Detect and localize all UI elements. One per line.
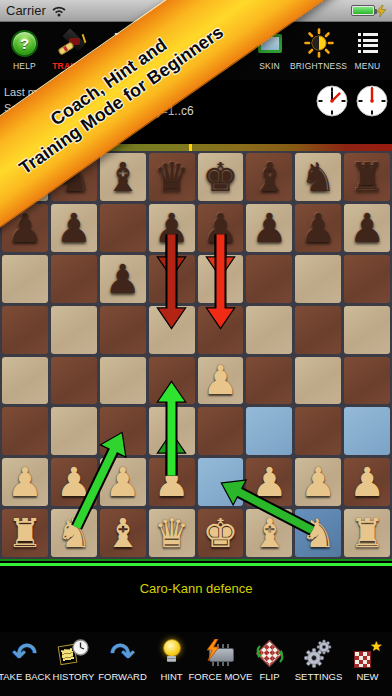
square-g1[interactable]: ♞ [295,509,341,557]
undo-arrow-icon: ↶ [12,639,37,669]
square-h5[interactable] [344,306,390,354]
square-h3[interactable] [344,407,390,455]
square-h4[interactable] [344,357,390,405]
square-a2[interactable]: ♟ [2,458,48,506]
square-h7[interactable]: ♟ [344,204,390,252]
piece-black-rook: ♜ [349,157,385,197]
piece-black-pawn: ♟ [154,208,190,248]
piece-white-pawn: ♟ [300,462,336,502]
square-f6[interactable] [246,255,292,303]
square-d1[interactable]: ♛ [149,509,195,557]
graduation-cap-icon [57,28,91,58]
menu-button[interactable]: MENU [343,26,392,71]
bottom-toolbar: ↶ TAKE BACK HISTORY ↷ FORWARD [0,632,392,696]
piece-white-knight: ♞ [56,513,92,553]
piece-black-bishop: ♝ [105,157,141,197]
square-c4[interactable] [100,357,146,405]
square-c2[interactable]: ♟ [100,458,146,506]
charging-bolt-icon [377,5,386,17]
square-e1[interactable]: ♚ [198,509,244,557]
piece-white-king: ♚ [203,513,239,553]
history-notes-clock-icon [58,639,90,669]
piece-black-king: ♚ [203,157,239,197]
sun-icon [304,28,334,58]
settings-button[interactable]: SETTINGS [294,637,343,682]
square-c3[interactable] [100,407,146,455]
square-f4[interactable] [246,357,292,405]
piece-white-pawn: ♟ [56,462,92,502]
square-g4[interactable] [295,357,341,405]
piece-white-pawn: ♟ [7,462,43,502]
square-h2[interactable]: ♟ [344,458,390,506]
piece-black-queen: ♛ [154,157,190,197]
piece-white-knight: ♞ [300,513,336,553]
flip-board-icon [254,639,286,669]
square-e3[interactable] [198,407,244,455]
help-label: HELP [13,62,36,71]
square-d5[interactable] [149,306,195,354]
square-c5[interactable] [100,306,146,354]
square-g8[interactable]: ♞ [295,153,341,201]
piece-white-rook: ♜ [7,513,43,553]
square-e7[interactable]: ♟ [198,204,244,252]
piece-white-pawn: ♟ [105,462,141,502]
help-question-icon: ? [11,30,38,57]
star-icon: ★ [370,638,383,654]
history-button[interactable]: HISTORY [49,637,98,682]
square-f8[interactable]: ♝ [246,153,292,201]
help-button[interactable]: ? HELP [0,26,49,71]
force-move-button[interactable]: FORCE MOVE [196,637,245,682]
redo-arrow-icon: ↷ [110,639,135,669]
piece-white-rook: ♜ [349,513,385,553]
square-c1[interactable]: ♝ [100,509,146,557]
gears-icon [303,639,335,669]
square-b7[interactable]: ♟ [51,204,97,252]
square-c8[interactable]: ♝ [100,153,146,201]
square-d3[interactable] [149,407,195,455]
square-b4[interactable] [51,357,97,405]
square-b3[interactable] [51,407,97,455]
square-e8[interactable]: ♚ [198,153,244,201]
square-b1[interactable]: ♞ [51,509,97,557]
white-clock [315,84,349,118]
square-d2[interactable]: ♟ [149,458,195,506]
square-g3[interactable] [295,407,341,455]
square-d6[interactable] [149,255,195,303]
square-a6[interactable] [2,255,48,303]
piece-white-queen: ♛ [154,513,190,553]
square-d8[interactable]: ♛ [149,153,195,201]
square-f3[interactable] [246,407,292,455]
battery-icon [351,5,375,16]
square-d4[interactable] [149,357,195,405]
forward-button[interactable]: ↷ FORWARD [98,637,147,682]
new-game-button[interactable]: ★ NEW [343,637,392,682]
square-e2[interactable] [198,458,244,506]
light-bulb-icon [160,639,184,669]
square-h1[interactable]: ♜ [344,509,390,557]
carrier-label: Carrier [6,3,46,18]
list-menu-icon [358,33,378,53]
piece-black-knight: ♞ [300,157,336,197]
chess-board: ♜♞♝♛♚♝♞♜♟♟♟♟♟♟♟♟♟♟♟♟♟♟♟♟♜♞♝♛♚♝♞♜ [0,151,392,559]
flip-button[interactable]: FLIP [245,637,294,682]
square-h6[interactable] [344,255,390,303]
square-a1[interactable]: ♜ [2,509,48,557]
piece-black-pawn: ♟ [349,208,385,248]
square-f1[interactable]: ♝ [246,509,292,557]
piece-black-pawn: ♟ [203,208,239,248]
square-e4[interactable]: ♟ [198,357,244,405]
square-e5[interactable] [198,306,244,354]
square-d7[interactable]: ♟ [149,204,195,252]
piece-black-pawn: ♟ [56,208,92,248]
piece-black-pawn: ♟ [251,208,287,248]
square-b2[interactable]: ♟ [51,458,97,506]
square-a5[interactable] [2,306,48,354]
square-g5[interactable] [295,306,341,354]
new-game-star-icon: ★ [353,639,383,669]
square-a4[interactable] [2,357,48,405]
piece-white-pawn: ♟ [203,360,239,400]
square-h8[interactable]: ♜ [344,153,390,201]
piece-white-pawn: ♟ [349,462,385,502]
brightness-button[interactable]: BRIGHTNESS [294,26,343,71]
piece-white-pawn: ♟ [154,462,190,502]
square-b6[interactable] [51,255,97,303]
opening-name-text: Caro-Kann defence [140,581,253,596]
piece-white-bishop: ♝ [251,513,287,553]
square-e6[interactable] [198,255,244,303]
evaluation-marker [189,144,192,151]
menu-label: MENU [355,62,381,71]
turn-divider [0,559,392,567]
square-g6[interactable] [295,255,341,303]
square-g7[interactable]: ♟ [295,204,341,252]
skin-label: SKIN [259,62,280,71]
black-clock [355,84,389,118]
piece-white-bishop: ♝ [105,513,141,553]
square-f5[interactable] [246,306,292,354]
square-a3[interactable] [2,407,48,455]
piece-white-pawn: ♟ [251,462,287,502]
app-window: Carrier ? HELP TRA [0,0,392,696]
cpu-chip-lightning-icon [206,639,236,669]
piece-black-bishop: ♝ [251,157,287,197]
square-b5[interactable] [51,306,97,354]
square-c6[interactable]: ♟ [100,255,146,303]
wifi-icon [51,5,67,17]
take-back-button[interactable]: ↶ TAKE BACK [0,637,49,682]
brightness-label: BRIGHTNESS [290,62,347,71]
square-f2[interactable]: ♟ [246,458,292,506]
piece-black-pawn: ♟ [105,259,141,299]
square-g2[interactable]: ♟ [295,458,341,506]
piece-black-pawn: ♟ [300,208,336,248]
square-c7[interactable] [100,204,146,252]
chess-board-area: ♜♞♝♛♚♝♞♜♟♟♟♟♟♟♟♟♟♟♟♟♟♟♟♟♜♞♝♛♚♝♞♜ [0,151,392,559]
square-f7[interactable]: ♟ [246,204,292,252]
